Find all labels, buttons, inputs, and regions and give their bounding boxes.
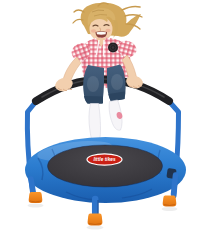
- foot-cap-right: [163, 196, 177, 207]
- jean-hem-left: [84, 96, 103, 104]
- product-photo: little tikes: [0, 0, 209, 231]
- shadow-right: [162, 207, 178, 211]
- shadow-center: [87, 226, 104, 230]
- leg-right: [174, 175, 176, 194]
- logo-text: little tikes: [93, 157, 116, 162]
- foot-cap-left: [29, 192, 43, 203]
- teeth: [97, 32, 107, 35]
- trampoline-mat: [48, 145, 163, 187]
- knee-highlight-right: [111, 74, 123, 90]
- trampoline: little tikes: [25, 137, 186, 230]
- cheek-right: [105, 29, 110, 33]
- trampoline-product-image: little tikes: [0, 0, 209, 231]
- knee-highlight-left: [87, 76, 99, 92]
- leg-left: [31, 179, 34, 194]
- brand-logo: little tikes: [87, 154, 122, 165]
- cheek-left: [91, 29, 96, 33]
- rosette: [108, 43, 118, 53]
- placket-right: [104, 40, 105, 56]
- foot-cap-center: [88, 214, 103, 226]
- shadow-left: [28, 204, 44, 208]
